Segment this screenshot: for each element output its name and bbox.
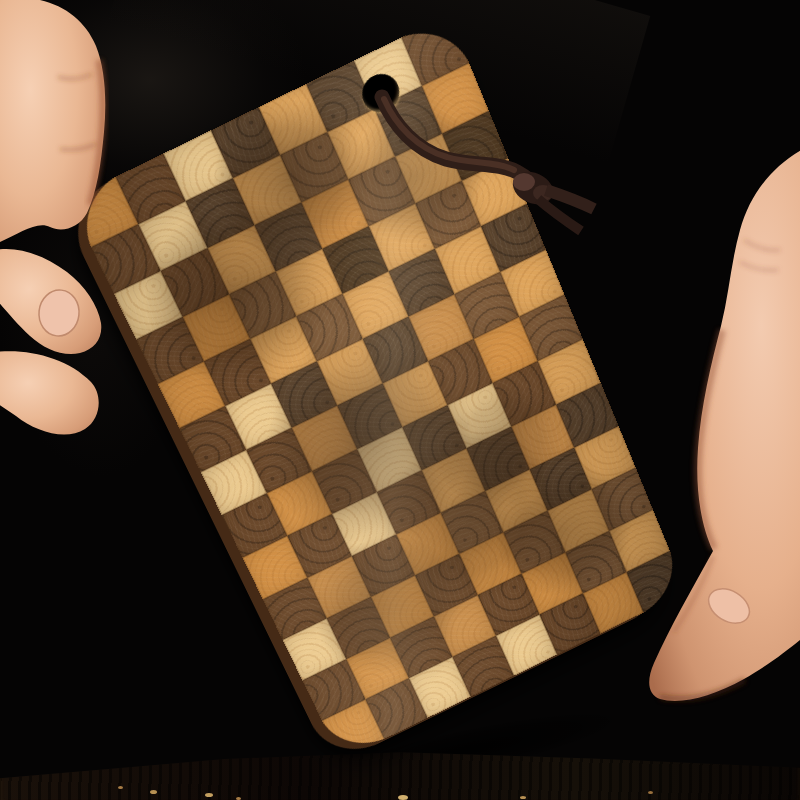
crumb [205,793,213,797]
cord-knot-loop [533,185,553,201]
left-fingertip [0,351,99,434]
crumb [398,795,408,800]
cutting-board [68,14,687,760]
right-hand-shading [698,330,722,549]
right-thumbnail [702,582,755,630]
right-hand [649,148,800,701]
right-hand-palm-thumb [649,148,800,701]
left-thumb [0,249,101,354]
scene [0,0,800,800]
left-finger-shading [90,60,103,205]
crumb [150,790,157,794]
crumb [118,786,123,789]
left-thumbnail [37,288,82,338]
cord-tail [546,190,594,209]
right-wrist-crease [740,240,780,270]
right-hand-bottom-shadow [660,680,745,699]
left-finger-crease [58,74,96,150]
crumb [648,791,653,794]
crumb [520,796,526,799]
cord-tail [538,199,581,231]
right-thumb-crease [674,556,713,632]
